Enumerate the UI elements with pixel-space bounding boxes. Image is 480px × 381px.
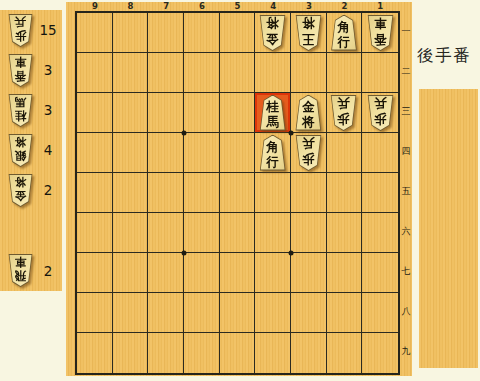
piece-kanji: 王 bbox=[302, 31, 315, 47]
board-cell-3-2[interactable] bbox=[291, 53, 327, 93]
board-cell-2-8[interactable] bbox=[327, 293, 363, 333]
board-cell-6-2[interactable] bbox=[184, 53, 220, 93]
file-label: 5 bbox=[220, 2, 256, 11]
board-cell-2-5[interactable] bbox=[327, 173, 363, 213]
piece-knight[interactable]: 桂馬 bbox=[258, 95, 287, 131]
piece-kanji: 香 bbox=[374, 31, 387, 47]
piece-kanji: 車 bbox=[374, 16, 387, 32]
board-cell-5-2[interactable] bbox=[220, 53, 256, 93]
shogi-board-panel: 987654321 金将王将角行香車桂馬金将歩兵歩兵角行歩兵 一二三四五六七八九 bbox=[66, 2, 412, 376]
hand-slot-knight: 桂馬3 bbox=[0, 90, 62, 130]
piece-kanji: 金 bbox=[15, 189, 27, 203]
piece-body: 角行 bbox=[258, 135, 287, 171]
piece-face: 香車 bbox=[8, 55, 33, 86]
piece-body: 銀将 bbox=[7, 134, 34, 167]
board-cell-4-8[interactable] bbox=[255, 293, 291, 333]
piece-face: 角行 bbox=[330, 16, 357, 50]
star-point bbox=[182, 251, 187, 256]
board-cell-4-5[interactable] bbox=[255, 173, 291, 213]
board-cell-6-1[interactable] bbox=[184, 13, 220, 53]
board-cell-8-2[interactable] bbox=[113, 53, 149, 93]
piece-kanji: 歩 bbox=[374, 111, 387, 127]
piece-body: 香車 bbox=[7, 54, 34, 87]
board-cell-3-4[interactable]: 歩兵 bbox=[291, 133, 327, 173]
piece-face: 歩兵 bbox=[8, 15, 33, 46]
piece-kanji: 兵 bbox=[15, 15, 27, 29]
hand-slot-pawn: 歩兵15 bbox=[0, 10, 62, 50]
rank-label: 四 bbox=[400, 145, 412, 158]
piece-kanji: 銀 bbox=[15, 149, 27, 163]
board-cell-5-4[interactable] bbox=[220, 133, 256, 173]
board-cell-3-1[interactable]: 王将 bbox=[291, 13, 327, 53]
board-cell-4-7[interactable] bbox=[255, 253, 291, 293]
piece-kanji: 行 bbox=[338, 34, 351, 50]
piece-bishop[interactable]: 角行 bbox=[258, 135, 287, 171]
board-cell-8-9[interactable] bbox=[113, 333, 149, 373]
shogi-board: 金将王将角行香車桂馬金将歩兵歩兵角行歩兵 bbox=[75, 11, 400, 375]
board-cell-6-5[interactable] bbox=[184, 173, 220, 213]
file-label: 8 bbox=[113, 2, 149, 11]
hand-slot-lance: 香車3 bbox=[0, 50, 62, 90]
rank-label: 五 bbox=[400, 185, 412, 198]
hand-slot-bishop bbox=[0, 210, 62, 250]
board-cell-1-1[interactable]: 香車 bbox=[362, 13, 398, 53]
board-cell-4-4[interactable]: 角行 bbox=[255, 133, 291, 173]
piece-body: 歩兵 bbox=[7, 14, 34, 47]
piece-pawn[interactable]: 歩兵 bbox=[329, 95, 358, 131]
piece-pawn[interactable]: 歩兵 bbox=[366, 95, 395, 131]
star-point bbox=[289, 251, 294, 256]
board-cell-3-9[interactable] bbox=[291, 333, 327, 373]
hand-slot-silver: 銀将4 bbox=[0, 130, 62, 170]
board-cell-5-7[interactable] bbox=[220, 253, 256, 293]
board-cell-7-3[interactable] bbox=[148, 93, 184, 133]
rank-label: 八 bbox=[400, 305, 412, 318]
board-cell-4-1[interactable]: 金将 bbox=[255, 13, 291, 53]
board-cell-8-3[interactable] bbox=[113, 93, 149, 133]
piece-body: 角行 bbox=[329, 15, 358, 51]
piece-kanji: 将 bbox=[15, 175, 27, 189]
board-cell-6-6[interactable] bbox=[184, 213, 220, 253]
piece-silver[interactable]: 銀将 bbox=[7, 134, 34, 167]
board-cell-5-9[interactable] bbox=[220, 333, 256, 373]
board-cell-3-3[interactable]: 金将 bbox=[291, 93, 327, 133]
hand-count-silver: 4 bbox=[34, 142, 62, 158]
piece-lance[interactable]: 香車 bbox=[7, 54, 34, 87]
sente-hand-tray bbox=[419, 89, 478, 368]
rank-label: 二 bbox=[400, 65, 412, 78]
piece-lance[interactable]: 香車 bbox=[366, 15, 395, 51]
board-cell-4-3[interactable]: 桂馬 bbox=[255, 93, 291, 133]
hand-count-gold: 2 bbox=[34, 182, 62, 198]
board-cell-3-7[interactable] bbox=[291, 253, 327, 293]
board-cell-2-1[interactable]: 角行 bbox=[327, 13, 363, 53]
board-cell-1-3[interactable]: 歩兵 bbox=[362, 93, 398, 133]
board-cell-3-5[interactable] bbox=[291, 173, 327, 213]
rank-label: 七 bbox=[400, 265, 412, 278]
piece-body: 金将 bbox=[7, 174, 34, 207]
piece-body: 金将 bbox=[258, 15, 287, 51]
star-point bbox=[289, 131, 294, 136]
board-cell-1-8[interactable] bbox=[362, 293, 398, 333]
piece-face: 歩兵 bbox=[330, 96, 357, 130]
piece-body: 王将 bbox=[294, 15, 323, 51]
board-cell-9-7[interactable] bbox=[77, 253, 113, 293]
piece-kanji: 行 bbox=[266, 154, 279, 170]
piece-knight[interactable]: 桂馬 bbox=[7, 94, 34, 127]
board-cell-7-9[interactable] bbox=[148, 333, 184, 373]
board-cell-9-9[interactable] bbox=[77, 333, 113, 373]
board-cell-1-4[interactable] bbox=[362, 133, 398, 173]
piece-face: 金将 bbox=[295, 96, 322, 130]
turn-indicator: 後手番 bbox=[417, 45, 479, 67]
file-label: 3 bbox=[291, 2, 327, 11]
hand-count-lance: 3 bbox=[34, 62, 62, 78]
piece-kanji: 兵 bbox=[338, 96, 351, 112]
file-labels: 987654321 bbox=[77, 2, 398, 11]
piece-kanji: 車 bbox=[15, 55, 27, 69]
board-cell-2-3[interactable]: 歩兵 bbox=[327, 93, 363, 133]
board-cell-2-2[interactable] bbox=[327, 53, 363, 93]
piece-face: 歩兵 bbox=[295, 136, 322, 170]
board-cell-5-3[interactable] bbox=[220, 93, 256, 133]
rank-label: 九 bbox=[400, 345, 412, 358]
piece-body: 歩兵 bbox=[294, 135, 323, 171]
piece-kanji: 兵 bbox=[374, 96, 387, 112]
board-cell-4-9[interactable] bbox=[255, 333, 291, 373]
board-cell-8-1[interactable] bbox=[113, 13, 149, 53]
rank-label: 三 bbox=[400, 105, 412, 118]
piece-pawn[interactable]: 歩兵 bbox=[294, 135, 323, 171]
board-cell-6-7[interactable] bbox=[184, 253, 220, 293]
piece-face: 金将 bbox=[8, 175, 33, 206]
file-label: 4 bbox=[255, 2, 291, 11]
piece-gold[interactable]: 金将 bbox=[7, 174, 34, 207]
board-cell-7-5[interactable] bbox=[148, 173, 184, 213]
board-cell-6-4[interactable] bbox=[184, 133, 220, 173]
piece-face: 飛車 bbox=[8, 255, 33, 286]
piece-kanji: 香 bbox=[15, 69, 27, 83]
piece-kanji: 桂 bbox=[15, 109, 27, 123]
file-label: 1 bbox=[362, 2, 398, 11]
file-label: 2 bbox=[327, 2, 363, 11]
board-cell-1-7[interactable] bbox=[362, 253, 398, 293]
board-cell-2-7[interactable] bbox=[327, 253, 363, 293]
hand-slot-gold: 金将2 bbox=[0, 170, 62, 210]
piece-pawn[interactable]: 歩兵 bbox=[7, 14, 34, 47]
board-cell-2-4[interactable] bbox=[327, 133, 363, 173]
gote-hand-tray: 歩兵15香車3桂馬3銀将4金将2飛車2 bbox=[0, 10, 62, 291]
piece-gold[interactable]: 金将 bbox=[258, 15, 287, 51]
piece-kanji: 車 bbox=[15, 256, 27, 270]
board-cell-6-3[interactable] bbox=[184, 93, 220, 133]
board-cell-7-1[interactable] bbox=[148, 13, 184, 53]
board-cell-9-2[interactable] bbox=[77, 53, 113, 93]
piece-body: 金将 bbox=[294, 95, 323, 131]
board-cell-1-9[interactable] bbox=[362, 333, 398, 373]
board-cell-7-8[interactable] bbox=[148, 293, 184, 333]
board-cell-9-1[interactable] bbox=[77, 13, 113, 53]
board-cell-6-8[interactable] bbox=[184, 293, 220, 333]
board-cell-1-6[interactable] bbox=[362, 213, 398, 253]
piece-gold[interactable]: 金将 bbox=[294, 95, 323, 131]
piece-kanji: 角 bbox=[338, 19, 351, 35]
piece-king[interactable]: 王将 bbox=[294, 15, 323, 51]
hand-count-knight: 3 bbox=[34, 102, 62, 118]
piece-body: 飛車 bbox=[7, 254, 34, 287]
piece-kanji: 兵 bbox=[302, 136, 315, 152]
board-cell-8-5[interactable] bbox=[113, 173, 149, 213]
piece-face: 桂馬 bbox=[8, 95, 33, 126]
board-cell-2-6[interactable] bbox=[327, 213, 363, 253]
hand-count-rook: 2 bbox=[34, 263, 62, 279]
piece-face: 銀将 bbox=[8, 135, 33, 166]
board-cell-7-4[interactable] bbox=[148, 133, 184, 173]
board-cell-8-7[interactable] bbox=[113, 253, 149, 293]
piece-face: 金将 bbox=[259, 16, 286, 50]
board-cell-9-4[interactable] bbox=[77, 133, 113, 173]
piece-kanji: 飛 bbox=[15, 270, 27, 284]
piece-body: 歩兵 bbox=[366, 95, 395, 131]
star-point bbox=[182, 131, 187, 136]
hand-slot-rook: 飛車2 bbox=[0, 251, 62, 291]
board-cell-9-6[interactable] bbox=[77, 213, 113, 253]
piece-kanji: 歩 bbox=[15, 29, 27, 43]
rank-label: 一 bbox=[400, 25, 412, 38]
rank-labels: 一二三四五六七八九 bbox=[400, 11, 412, 371]
file-label: 9 bbox=[77, 2, 113, 11]
piece-face: 角行 bbox=[259, 136, 286, 170]
piece-body: 桂馬 bbox=[7, 94, 34, 127]
board-cell-6-9[interactable] bbox=[184, 333, 220, 373]
rank-label: 六 bbox=[400, 225, 412, 238]
board-cell-5-6[interactable] bbox=[220, 213, 256, 253]
piece-kanji: 馬 bbox=[266, 114, 279, 130]
hand-count-pawn: 15 bbox=[34, 22, 62, 38]
piece-kanji: 将 bbox=[302, 114, 315, 130]
piece-kanji: 角 bbox=[266, 139, 279, 155]
board-cell-4-6[interactable] bbox=[255, 213, 291, 253]
piece-body: 歩兵 bbox=[329, 95, 358, 131]
board-cell-1-5[interactable] bbox=[362, 173, 398, 213]
piece-kanji: 歩 bbox=[338, 111, 351, 127]
board-cell-5-1[interactable] bbox=[220, 13, 256, 53]
piece-kanji: 歩 bbox=[302, 151, 315, 167]
file-label: 6 bbox=[184, 2, 220, 11]
piece-body: 香車 bbox=[366, 15, 395, 51]
piece-bishop[interactable]: 角行 bbox=[329, 15, 358, 51]
board-cell-9-3[interactable] bbox=[77, 93, 113, 133]
piece-face: 桂馬 bbox=[259, 96, 286, 130]
piece-face: 香車 bbox=[367, 16, 394, 50]
board-cell-7-6[interactable] bbox=[148, 213, 184, 253]
board-cell-8-4[interactable] bbox=[113, 133, 149, 173]
board-cell-7-7[interactable] bbox=[148, 253, 184, 293]
piece-kanji: 馬 bbox=[15, 95, 27, 109]
piece-kanji: 金 bbox=[266, 31, 279, 47]
piece-kanji: 将 bbox=[302, 16, 315, 32]
board-cell-9-5[interactable] bbox=[77, 173, 113, 213]
piece-rook[interactable]: 飛車 bbox=[7, 254, 34, 287]
piece-face: 王将 bbox=[295, 16, 322, 50]
file-label: 7 bbox=[148, 2, 184, 11]
board-cell-2-9[interactable] bbox=[327, 333, 363, 373]
piece-kanji: 桂 bbox=[266, 99, 279, 115]
board-cell-7-2[interactable] bbox=[148, 53, 184, 93]
board-cell-5-5[interactable] bbox=[220, 173, 256, 213]
board-cell-5-8[interactable] bbox=[220, 293, 256, 333]
board-cell-3-8[interactable] bbox=[291, 293, 327, 333]
board-cell-1-2[interactable] bbox=[362, 53, 398, 93]
board-cell-8-6[interactable] bbox=[113, 213, 149, 253]
piece-kanji: 金 bbox=[302, 99, 315, 115]
piece-kanji: 将 bbox=[15, 135, 27, 149]
board-cell-4-2[interactable] bbox=[255, 53, 291, 93]
piece-face: 歩兵 bbox=[367, 96, 394, 130]
board-cell-9-8[interactable] bbox=[77, 293, 113, 333]
board-cell-8-8[interactable] bbox=[113, 293, 149, 333]
piece-kanji: 将 bbox=[266, 16, 279, 32]
board-cell-3-6[interactable] bbox=[291, 213, 327, 253]
piece-body: 桂馬 bbox=[258, 95, 287, 131]
